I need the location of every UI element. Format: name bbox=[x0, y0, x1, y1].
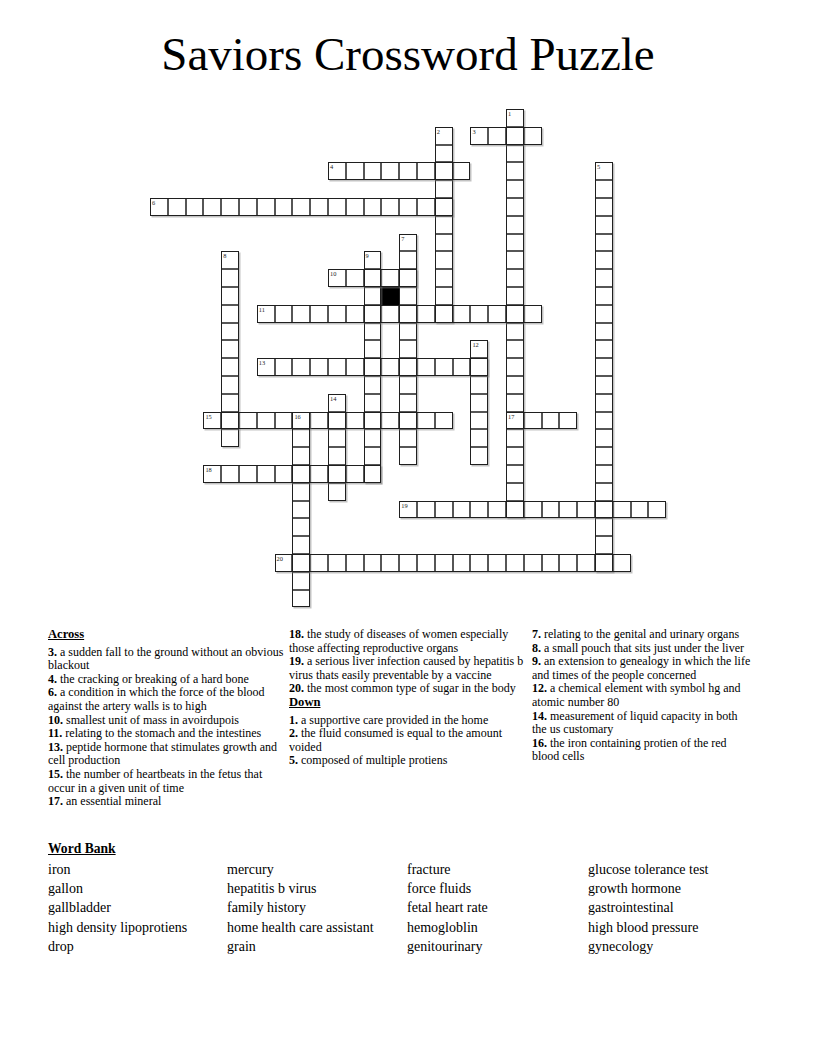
grid-cell[interactable]: 2 bbox=[435, 127, 453, 145]
clue-10: 10. smallest unit of mass in avoirdupois bbox=[48, 714, 290, 728]
grid-cell[interactable]: 6 bbox=[150, 198, 168, 216]
grid-cell[interactable] bbox=[453, 501, 471, 519]
grid-cell[interactable] bbox=[506, 554, 524, 572]
grid-cell[interactable] bbox=[595, 394, 613, 412]
grid-cell[interactable] bbox=[381, 554, 399, 572]
grid-cell[interactable] bbox=[524, 305, 542, 323]
clue-number-label: 3 bbox=[472, 128, 475, 136]
clue-number-label: 17 bbox=[508, 413, 514, 421]
grid-cell[interactable] bbox=[435, 162, 453, 180]
grid-cell[interactable] bbox=[435, 412, 453, 430]
word-bank-word: gynecology bbox=[588, 937, 709, 956]
grid-cell[interactable] bbox=[399, 198, 417, 216]
grid-cell[interactable]: 19 bbox=[399, 501, 417, 519]
grid-cell[interactable] bbox=[328, 465, 346, 483]
grid-cell[interactable] bbox=[310, 358, 328, 376]
grid-cell[interactable] bbox=[364, 162, 382, 180]
grid-cell[interactable]: 15 bbox=[203, 412, 221, 430]
grid-cell[interactable] bbox=[506, 305, 524, 323]
word-bank-column: fractureforce fluidsfetal heart ratehemo… bbox=[407, 860, 488, 956]
grid-cell[interactable] bbox=[595, 536, 613, 554]
grid-cell[interactable] bbox=[524, 127, 542, 145]
grid-cell[interactable] bbox=[595, 518, 613, 536]
word-bank-heading: Word Bank bbox=[48, 841, 116, 857]
clue-3: 3. a sudden fall to the ground without a… bbox=[48, 646, 290, 673]
grid-cell[interactable] bbox=[381, 269, 399, 287]
grid-cell[interactable] bbox=[435, 269, 453, 287]
grid-cell[interactable] bbox=[595, 340, 613, 358]
grid-cell[interactable]: 11 bbox=[257, 305, 275, 323]
grid-cell[interactable] bbox=[453, 554, 471, 572]
grid-cell[interactable] bbox=[595, 465, 613, 483]
grid-cell[interactable] bbox=[559, 412, 577, 430]
grid-cell[interactable] bbox=[381, 305, 399, 323]
blocked-cell bbox=[381, 287, 399, 305]
grid-cell[interactable] bbox=[381, 412, 399, 430]
grid-cell[interactable] bbox=[257, 412, 275, 430]
clue-number-label: 9 bbox=[366, 252, 369, 260]
grid-cell[interactable] bbox=[257, 465, 275, 483]
grid-cell[interactable] bbox=[435, 216, 453, 234]
grid-cell[interactable] bbox=[310, 465, 328, 483]
grid-cell[interactable]: 13 bbox=[257, 358, 275, 376]
grid-cell[interactable] bbox=[399, 394, 417, 412]
grid-cell[interactable] bbox=[506, 127, 524, 145]
grid-cell[interactable] bbox=[221, 269, 239, 287]
grid-cell[interactable] bbox=[381, 198, 399, 216]
grid-cell[interactable] bbox=[453, 305, 471, 323]
grid-cell[interactable] bbox=[506, 340, 524, 358]
grid-cell[interactable]: 16 bbox=[292, 412, 310, 430]
grid-cell[interactable] bbox=[399, 554, 417, 572]
grid-cell[interactable] bbox=[435, 145, 453, 163]
grid-cell[interactable] bbox=[470, 554, 488, 572]
clue-15: 15. the number of heartbeats in the fetu… bbox=[48, 768, 290, 795]
grid-cell[interactable] bbox=[346, 358, 364, 376]
grid-cell[interactable] bbox=[346, 162, 364, 180]
clue-number-label: 20 bbox=[277, 555, 283, 563]
clue-14: 14. measurement of liquid capacity in bo… bbox=[532, 710, 754, 737]
grid-cell[interactable] bbox=[292, 572, 310, 590]
grid-cell[interactable] bbox=[506, 145, 524, 163]
page-title: Saviors Crossword Puzzle bbox=[0, 28, 816, 80]
grid-cell[interactable] bbox=[292, 447, 310, 465]
grid-cell[interactable] bbox=[435, 554, 453, 572]
word-bank-word: fetal heart rate bbox=[407, 898, 488, 917]
word-bank-word: growth hormone bbox=[588, 879, 709, 898]
clue-number-label: 4 bbox=[330, 163, 333, 171]
grid-cell[interactable] bbox=[595, 429, 613, 447]
clues-column-across: Across3. a sudden fall to the ground wit… bbox=[48, 628, 290, 809]
grid-cell[interactable] bbox=[506, 287, 524, 305]
grid-cell[interactable] bbox=[506, 465, 524, 483]
clue-11: 11. relating to the stomach and the inte… bbox=[48, 727, 290, 741]
grid-cell[interactable] bbox=[292, 483, 310, 501]
grid-cell[interactable] bbox=[470, 305, 488, 323]
grid-cell[interactable] bbox=[203, 198, 221, 216]
grid-cell[interactable] bbox=[275, 305, 293, 323]
grid-cell[interactable] bbox=[506, 323, 524, 341]
grid-cell[interactable] bbox=[595, 483, 613, 501]
grid-cell[interactable] bbox=[239, 198, 257, 216]
grid-cell[interactable] bbox=[506, 198, 524, 216]
grid-cell[interactable] bbox=[595, 323, 613, 341]
grid-cell[interactable] bbox=[381, 162, 399, 180]
word-bank-word: grain bbox=[227, 937, 374, 956]
word-bank-word: genitourinary bbox=[407, 937, 488, 956]
grid-cell[interactable] bbox=[488, 127, 506, 145]
grid-cell[interactable] bbox=[577, 554, 595, 572]
grid-cell[interactable] bbox=[506, 180, 524, 198]
grid-cell[interactable] bbox=[542, 554, 560, 572]
grid-cell[interactable] bbox=[506, 269, 524, 287]
word-bank-word: gastrointestinal bbox=[588, 898, 709, 917]
word-bank-word: hepatitis b virus bbox=[227, 879, 374, 898]
grid-cell[interactable] bbox=[364, 198, 382, 216]
grid-cell[interactable] bbox=[435, 251, 453, 269]
grid-cell[interactable] bbox=[310, 412, 328, 430]
word-bank-column: mercuryhepatitis b virusfamily historyho… bbox=[227, 860, 374, 956]
clue-number-label: 14 bbox=[330, 395, 336, 403]
grid-cell[interactable] bbox=[595, 501, 613, 519]
grid-cell[interactable] bbox=[399, 358, 417, 376]
grid-cell[interactable] bbox=[399, 323, 417, 341]
grid-cell[interactable] bbox=[221, 287, 239, 305]
grid-cell[interactable] bbox=[506, 358, 524, 376]
grid-cell[interactable] bbox=[435, 198, 453, 216]
grid-cell[interactable] bbox=[488, 305, 506, 323]
grid-cell[interactable] bbox=[417, 358, 435, 376]
grid-cell[interactable] bbox=[453, 162, 471, 180]
grid-cell[interactable] bbox=[292, 554, 310, 572]
grid-cell[interactable] bbox=[399, 269, 417, 287]
clue-number-label: 11 bbox=[259, 306, 265, 314]
grid-cell[interactable]: 12 bbox=[470, 340, 488, 358]
grid-cell[interactable] bbox=[239, 465, 257, 483]
grid-cell[interactable] bbox=[399, 251, 417, 269]
grid-cell[interactable] bbox=[399, 447, 417, 465]
clue-number-label: 8 bbox=[223, 252, 226, 260]
grid-cell[interactable] bbox=[310, 305, 328, 323]
grid-cell[interactable] bbox=[470, 394, 488, 412]
clues-heading-down: Down bbox=[289, 696, 531, 710]
grid-cell[interactable] bbox=[364, 447, 382, 465]
grid-cell[interactable] bbox=[399, 340, 417, 358]
grid-cell[interactable] bbox=[292, 501, 310, 519]
grid-cell[interactable] bbox=[595, 305, 613, 323]
grid-cell[interactable] bbox=[346, 198, 364, 216]
grid-cell[interactable] bbox=[506, 216, 524, 234]
clue-number-label: 16 bbox=[294, 413, 300, 421]
grid-cell[interactable] bbox=[221, 465, 239, 483]
grid-cell[interactable]: 20 bbox=[275, 554, 293, 572]
grid-cell[interactable] bbox=[346, 305, 364, 323]
grid-cell[interactable] bbox=[310, 198, 328, 216]
grid-cell[interactable] bbox=[399, 376, 417, 394]
grid-cell[interactable] bbox=[381, 358, 399, 376]
clue-number-label: 5 bbox=[597, 163, 600, 171]
grid-cell[interactable] bbox=[559, 554, 577, 572]
grid-cell[interactable] bbox=[506, 234, 524, 252]
grid-cell[interactable] bbox=[292, 518, 310, 536]
grid-cell[interactable] bbox=[417, 198, 435, 216]
grid-cell[interactable] bbox=[239, 412, 257, 430]
clue-20: 20. the most common type of sugar in the… bbox=[289, 682, 531, 696]
grid-cell[interactable] bbox=[364, 269, 382, 287]
clue-number-label: 18 bbox=[205, 466, 211, 474]
grid-cell[interactable]: 4 bbox=[328, 162, 346, 180]
grid-cell[interactable] bbox=[328, 305, 346, 323]
grid-cell[interactable] bbox=[168, 198, 186, 216]
grid-cell[interactable] bbox=[221, 323, 239, 341]
clue-number-label: 15 bbox=[205, 413, 211, 421]
grid-cell[interactable] bbox=[399, 287, 417, 305]
grid-cell[interactable] bbox=[417, 162, 435, 180]
word-bank-word: family history bbox=[227, 898, 374, 917]
grid-cell[interactable] bbox=[506, 501, 524, 519]
grid-cell[interactable] bbox=[506, 251, 524, 269]
grid-cell[interactable] bbox=[328, 554, 346, 572]
grid-cell[interactable] bbox=[595, 269, 613, 287]
grid-cell[interactable] bbox=[506, 162, 524, 180]
grid-cell[interactable] bbox=[399, 429, 417, 447]
grid-cell[interactable] bbox=[346, 269, 364, 287]
word-bank-word: drop bbox=[48, 937, 187, 956]
grid-cell[interactable] bbox=[364, 305, 382, 323]
grid-cell[interactable] bbox=[648, 501, 666, 519]
word-bank-word: gallbladder bbox=[48, 898, 187, 917]
grid-cell[interactable] bbox=[221, 198, 239, 216]
clue-7: 7. relating to the genital and urinary o… bbox=[532, 628, 754, 642]
grid-cell[interactable] bbox=[470, 429, 488, 447]
grid-cell[interactable] bbox=[399, 412, 417, 430]
grid-cell[interactable] bbox=[292, 198, 310, 216]
grid-cell[interactable] bbox=[364, 429, 382, 447]
grid-cell[interactable] bbox=[470, 412, 488, 430]
grid-cell[interactable]: 1 bbox=[506, 109, 524, 127]
grid-cell[interactable] bbox=[221, 394, 239, 412]
grid-cell[interactable] bbox=[292, 465, 310, 483]
clue-12: 12. a chemical element with symbol hg an… bbox=[532, 682, 754, 709]
clues-column-middle: 18. the study of diseases of women espec… bbox=[289, 628, 531, 768]
grid-cell[interactable] bbox=[435, 305, 453, 323]
clue-5: 5. composed of multiple protiens bbox=[289, 754, 531, 768]
grid-cell[interactable] bbox=[524, 501, 542, 519]
grid-cell[interactable]: 7 bbox=[399, 234, 417, 252]
clue-number-label: 19 bbox=[401, 502, 407, 510]
grid-cell[interactable] bbox=[506, 429, 524, 447]
grid-cell[interactable] bbox=[595, 251, 613, 269]
word-bank-word: hemogloblin bbox=[407, 918, 488, 937]
grid-cell[interactable] bbox=[328, 483, 346, 501]
grid-cell[interactable]: 8 bbox=[221, 251, 239, 269]
grid-cell[interactable]: 17 bbox=[506, 412, 524, 430]
grid-cell[interactable] bbox=[292, 358, 310, 376]
grid-cell[interactable] bbox=[595, 287, 613, 305]
grid-cell[interactable] bbox=[364, 554, 382, 572]
word-bank-column: irongallongallbladderhigh density lipopr… bbox=[48, 860, 187, 956]
grid-cell[interactable] bbox=[364, 376, 382, 394]
grid-cell[interactable] bbox=[221, 358, 239, 376]
grid-cell[interactable] bbox=[435, 501, 453, 519]
grid-cell[interactable] bbox=[470, 358, 488, 376]
grid-cell[interactable] bbox=[417, 554, 435, 572]
grid-cell[interactable] bbox=[524, 554, 542, 572]
word-bank-word: high blood pressure bbox=[588, 918, 709, 937]
grid-cell[interactable] bbox=[364, 287, 382, 305]
grid-cell[interactable] bbox=[257, 198, 275, 216]
grid-cell[interactable] bbox=[470, 501, 488, 519]
crossword-page: Saviors Crossword Puzzle 117234567891011… bbox=[0, 0, 816, 1056]
clues-column-right: 7. relating to the genital and urinary o… bbox=[532, 628, 754, 764]
grid-cell[interactable] bbox=[292, 429, 310, 447]
grid-cell[interactable] bbox=[364, 358, 382, 376]
grid-cell[interactable] bbox=[595, 358, 613, 376]
grid-cell[interactable] bbox=[595, 180, 613, 198]
clue-number-label: 7 bbox=[401, 235, 404, 243]
clue-number-label: 10 bbox=[330, 270, 336, 278]
grid-cell[interactable] bbox=[364, 465, 382, 483]
word-bank-word: iron bbox=[48, 860, 187, 879]
grid-cell[interactable] bbox=[435, 358, 453, 376]
grid-cell[interactable] bbox=[595, 412, 613, 430]
grid-cell[interactable] bbox=[470, 447, 488, 465]
word-bank-word: mercury bbox=[227, 860, 374, 879]
grid-cell[interactable] bbox=[506, 376, 524, 394]
grid-cell[interactable] bbox=[221, 376, 239, 394]
grid-cell[interactable] bbox=[328, 429, 346, 447]
grid-cell[interactable]: 9 bbox=[364, 251, 382, 269]
clue-18: 18. the study of diseases of women espec… bbox=[289, 628, 531, 655]
grid-cell[interactable] bbox=[435, 180, 453, 198]
word-bank-word: home health care assistant bbox=[227, 918, 374, 937]
grid-cell[interactable] bbox=[292, 536, 310, 554]
grid-cell[interactable] bbox=[186, 198, 204, 216]
grid-cell[interactable] bbox=[506, 483, 524, 501]
grid-cell[interactable] bbox=[328, 412, 346, 430]
grid-cell[interactable] bbox=[453, 358, 471, 376]
grid-cell[interactable] bbox=[435, 287, 453, 305]
grid-cell[interactable] bbox=[613, 501, 631, 519]
clue-6: 6. a condition in which the force of the… bbox=[48, 686, 290, 713]
grid-cell[interactable] bbox=[595, 376, 613, 394]
grid-cell[interactable] bbox=[506, 447, 524, 465]
grid-cell[interactable] bbox=[417, 305, 435, 323]
clue-number-label: 6 bbox=[152, 199, 155, 207]
grid-cell[interactable] bbox=[577, 501, 595, 519]
grid-cell[interactable] bbox=[613, 554, 631, 572]
grid-cell[interactable] bbox=[595, 216, 613, 234]
grid-cell[interactable] bbox=[595, 234, 613, 252]
grid-cell[interactable] bbox=[346, 554, 364, 572]
word-bank-word: fracture bbox=[407, 860, 488, 879]
clue-8: 8. a small pouch that sits just under th… bbox=[532, 642, 754, 656]
clue-number-label: 13 bbox=[259, 359, 265, 367]
grid-cell[interactable] bbox=[435, 234, 453, 252]
grid-cell[interactable]: 5 bbox=[595, 162, 613, 180]
grid-cell[interactable] bbox=[292, 305, 310, 323]
word-bank-word: high density lipoprotiens bbox=[48, 918, 187, 937]
grid-cell[interactable] bbox=[292, 590, 310, 608]
word-bank-word: glucose tolerance test bbox=[588, 860, 709, 879]
grid-cell[interactable] bbox=[364, 323, 382, 341]
clue-13: 13. peptide hormone that stimulates grow… bbox=[48, 741, 290, 768]
grid-cell[interactable] bbox=[346, 412, 364, 430]
grid-cell[interactable] bbox=[399, 305, 417, 323]
clue-1: 1. a supportive care provided in the hom… bbox=[289, 714, 531, 728]
grid-cell[interactable]: 14 bbox=[328, 394, 346, 412]
word-bank-word: gallon bbox=[48, 879, 187, 898]
grid-cell[interactable] bbox=[524, 412, 542, 430]
clues-heading-across: Across bbox=[48, 628, 290, 642]
clue-17: 17. an essential mineral bbox=[48, 795, 290, 809]
grid-cell[interactable] bbox=[328, 358, 346, 376]
grid-cell[interactable] bbox=[488, 501, 506, 519]
word-bank-column: glucose tolerance testgrowth hormonegast… bbox=[588, 860, 709, 956]
clue-number-label: 12 bbox=[472, 341, 478, 349]
grid-cell[interactable] bbox=[399, 162, 417, 180]
grid-cell[interactable] bbox=[275, 412, 293, 430]
grid-cell[interactable] bbox=[417, 501, 435, 519]
grid-cell[interactable] bbox=[364, 412, 382, 430]
word-bank-word: force fluids bbox=[407, 879, 488, 898]
grid-cell[interactable] bbox=[542, 501, 560, 519]
grid-cell[interactable]: 3 bbox=[470, 127, 488, 145]
grid-cell[interactable] bbox=[346, 465, 364, 483]
grid-cell[interactable] bbox=[364, 340, 382, 358]
grid-cell[interactable] bbox=[488, 554, 506, 572]
grid-cell[interactable] bbox=[595, 447, 613, 465]
grid-cell[interactable] bbox=[417, 412, 435, 430]
grid-cell[interactable] bbox=[221, 305, 239, 323]
grid-cell[interactable] bbox=[310, 554, 328, 572]
grid-cell[interactable] bbox=[275, 465, 293, 483]
grid-cell[interactable] bbox=[275, 198, 293, 216]
clue-2: 2. the fluid consumed is equal to the am… bbox=[289, 727, 531, 754]
clue-4: 4. the cracking or breaking of a hard bo… bbox=[48, 673, 290, 687]
clue-number-label: 1 bbox=[508, 110, 511, 118]
grid-cell[interactable] bbox=[364, 394, 382, 412]
grid-cell[interactable] bbox=[275, 358, 293, 376]
grid-cell[interactable]: 10 bbox=[328, 269, 346, 287]
grid-cell[interactable] bbox=[595, 198, 613, 216]
grid-cell[interactable] bbox=[328, 198, 346, 216]
grid-cell[interactable] bbox=[506, 394, 524, 412]
grid-cell[interactable] bbox=[221, 340, 239, 358]
clue-9: 9. an extension to genealogy in which th… bbox=[532, 655, 754, 682]
grid-cell[interactable] bbox=[221, 429, 239, 447]
grid-cell[interactable] bbox=[559, 501, 577, 519]
clue-number-label: 2 bbox=[437, 128, 440, 136]
grid-cell[interactable] bbox=[595, 554, 613, 572]
grid-cell[interactable] bbox=[631, 501, 649, 519]
grid-cell[interactable]: 18 bbox=[203, 465, 221, 483]
grid-cell[interactable] bbox=[328, 447, 346, 465]
grid-cell[interactable] bbox=[221, 412, 239, 430]
clue-16: 16. the iron containing protien of the r… bbox=[532, 737, 754, 764]
clue-19: 19. a serious liver infection caused by … bbox=[289, 655, 531, 682]
grid-cell[interactable] bbox=[470, 376, 488, 394]
grid-cell[interactable] bbox=[542, 412, 560, 430]
